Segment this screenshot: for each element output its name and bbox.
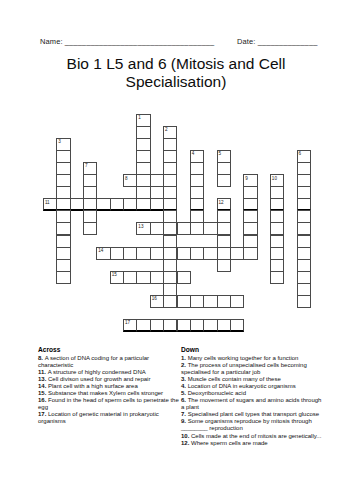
grid-cell[interactable]: 14 [96,247,110,260]
cell-number: 9 [245,176,248,181]
clue-item-down-5: 5. Deoxyribonucleic acid [181,390,322,397]
clue-number: 9. [181,418,188,424]
page-title: Bio 1 L5 and 6 (Mitosis and Cell Special… [26,55,326,91]
clue-text: Cells made at the end of mitosis are gen… [191,433,321,439]
cell-number: 15 [112,272,117,277]
clue-item-down-12: 12. Where sperm cells are made [181,440,322,447]
grid-cell[interactable] [83,222,97,235]
clue-item-across-15: 15. Substance that makes Xylem cells str… [38,390,184,397]
grid-cell[interactable] [110,247,124,260]
grid-cell[interactable] [203,247,217,260]
clue-number: 10. [181,433,191,439]
clue-item-down-4: 4. Location of DNA in eukaryotic organis… [181,383,322,390]
clue-text: Deoxyribonucleic acid [188,390,246,396]
grid-cell[interactable] [136,271,150,284]
grid-cell[interactable] [150,198,164,211]
grid-cell[interactable] [217,259,231,272]
clue-number: 17. [38,411,48,417]
grid-cell[interactable]: 16 [150,295,164,308]
down-clues: Down 1. Many cells working together for … [181,346,322,447]
grid-cell[interactable] [136,198,150,211]
clue-item-down-2: 2. The process of unspecialised cells be… [181,362,322,376]
grid-cell[interactable] [136,319,150,332]
clue-number: 12. [181,440,191,446]
grid-cell[interactable] [177,319,191,332]
grid-cell[interactable] [190,222,204,235]
cell-number: 2 [165,127,168,132]
cell-number: 1 [138,115,141,120]
clue-text: Cell divison used for growth and repair [48,376,150,382]
date-label: Date: [237,37,255,46]
cell-number: 6 [299,151,302,156]
grid-cell[interactable] [163,319,177,332]
clue-text: Substance that makes Xylem cells stronge… [48,390,163,396]
grid-cell[interactable] [150,271,164,284]
clue-number: 8. [38,355,45,361]
grid-cell[interactable] [217,295,231,308]
clue-item-across-17: 17. Location of genetic material in prok… [38,411,184,425]
grid-cell[interactable] [163,295,177,308]
clue-text: A section of DNA coding for a particular… [38,355,149,368]
cell-number: 7 [85,163,88,168]
clue-number: 13. [38,376,48,382]
grid-cell[interactable] [70,198,84,211]
clue-number: 16. [38,397,48,403]
clue-number: 15. [38,390,48,396]
clue-number: 14. [38,383,48,389]
down-header: Down [181,346,322,353]
across-clues: Across 8. A section of DNA coding for a … [38,346,184,425]
cell-number: 3 [58,139,61,144]
grid-cell[interactable] [190,247,204,260]
clue-item-down-1: 1. Many cells working together for a fun… [181,355,322,362]
clue-item-down-3: 3. Muscle cells contain many of these [181,376,322,383]
grid-cell[interactable] [56,271,70,284]
grid-cell[interactable] [123,271,137,284]
clue-item-down-9: 9. Some organisms reproduce by mitosis t… [181,418,322,432]
clue-number: 5. [181,390,188,396]
grid-cell[interactable]: 8 [123,174,137,187]
name-label: Name: [40,37,63,46]
grid-cell[interactable] [217,174,231,187]
page-title-line1: Bio 1 L5 and 6 (Mitosis and Cell [26,55,326,73]
clue-item-across-16: 16. Found in the head of sperm cells to … [38,397,184,411]
cell-number: 13 [138,224,143,229]
cell-number: 16 [152,296,157,301]
grid-cell[interactable] [270,271,284,284]
cell-number: 11 [45,200,50,205]
date-line: Date: ______________ [237,37,317,46]
grid-cell[interactable] [177,295,191,308]
clue-text: Many cells working together for a functi… [188,355,299,361]
cell-number: 10 [272,176,277,181]
grid-cell[interactable]: 17 [123,319,137,332]
grid-cell[interactable] [123,247,137,260]
clue-text: Found in the head of sperm cells to pene… [38,397,179,410]
grid-cell[interactable]: 13 [136,222,150,235]
clue-number: 4. [181,383,188,389]
cell-number: 12 [218,200,223,205]
clue-text: Location of DNA in eukaryotic organisms [188,383,296,389]
grid-cell[interactable] [203,222,217,235]
clue-text: Location of genetic material in prokaryo… [38,411,159,424]
page-title-line2: Specialisation) [26,73,326,91]
date-blank: ______________ [258,37,318,46]
clue-text: Where sperm cells are made [191,440,268,446]
clue-number: 3. [181,376,188,382]
cell-number: 4 [192,151,195,156]
cell-number: 8 [125,176,128,181]
down-clue-list: 1. Many cells working together for a fun… [181,355,322,447]
grid-cell[interactable] [123,198,137,211]
grid-cell[interactable]: 11 [43,198,57,211]
cell-number: 17 [125,320,130,325]
clue-text: The process of unspecialised cells becom… [181,362,307,375]
clue-item-down-6: 6. The movement of sugars and amino acid… [181,397,322,411]
grid-cell[interactable] [136,247,150,260]
grid-cell[interactable] [177,247,191,260]
clue-item-across-8: 8. A section of DNA coding for a particu… [38,355,184,369]
across-clue-list: 8. A section of DNA coding for a particu… [38,355,184,426]
clue-item-down-7: 7. Specialised plant cell types that tra… [181,411,322,418]
grid-cell[interactable] [150,174,164,187]
clue-text: Specialised plant cell types that transp… [188,411,319,417]
grid-cell[interactable] [230,295,244,308]
clue-number: 6. [181,397,188,403]
grid-cell[interactable] [150,222,164,235]
cell-number: 5 [218,151,221,156]
name-line: Name: __________________________________… [40,37,214,46]
clue-number: 1. [181,355,188,361]
clue-text: Some organisms reproduce by mitosis thro… [181,418,312,431]
clue-item-across-13: 13. Cell divison used for growth and rep… [38,376,184,383]
grid-cell[interactable] [203,319,217,332]
grid-cell[interactable] [230,247,244,260]
grid-cell[interactable] [96,198,110,211]
grid-cell[interactable] [217,319,231,332]
cell-number: 14 [98,248,103,253]
grid-cell[interactable] [190,319,204,332]
clue-number: 2. [181,362,188,368]
grid-cell[interactable]: 15 [110,271,124,284]
grid-cell[interactable] [203,295,217,308]
clue-item-down-10: 10. Cells made at the end of mitosis are… [181,433,322,440]
clue-item-across-11: 11. A structure of highly condensed DNA [38,369,184,376]
grid-cell[interactable] [177,222,191,235]
clue-number: 11. [38,369,48,375]
grid-cell[interactable] [297,295,311,308]
clue-text: A structure of highly condensed DNA [48,369,146,375]
clue-text: Plant cell with a high surface area [48,383,138,389]
grid-cell[interactable] [243,247,257,260]
across-header: Across [38,346,184,353]
clue-item-across-14: 14. Plant cell with a high surface area [38,383,184,390]
grid-cell[interactable] [190,295,204,308]
grid-cell[interactable] [150,319,164,332]
grid-cell[interactable] [230,319,244,332]
clue-number: 7. [181,411,188,417]
grid-cell[interactable] [177,271,191,284]
name-blank: ___________________________________ [65,37,215,46]
clue-text: Muscle cells contain many of these [188,376,281,382]
clue-text: The movement of sugars and amino acids t… [181,397,321,410]
grid-cell[interactable] [110,198,124,211]
grid-cell[interactable] [150,247,164,260]
